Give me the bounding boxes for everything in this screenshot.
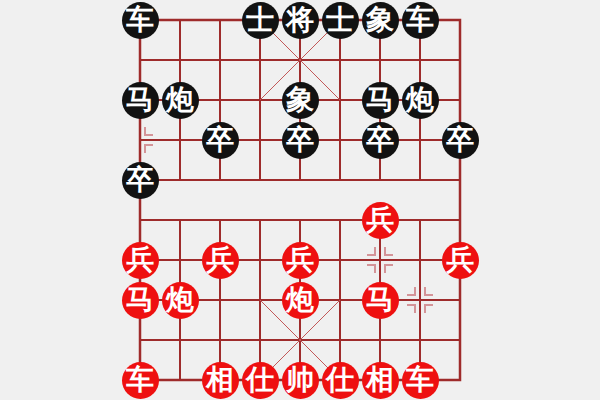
black-pawn-piece[interactable]: 卒: [282, 122, 319, 159]
black-rook-piece[interactable]: 车: [402, 2, 439, 39]
board-point-f4-r9[interactable]: 仕: [240, 360, 280, 400]
red-advisor-piece[interactable]: 仕: [242, 362, 279, 399]
board-point-f1-r9[interactable]: 车: [120, 360, 160, 400]
board-point-f5-r0[interactable]: 将: [280, 0, 320, 40]
red-pawn-piece[interactable]: 兵: [282, 242, 319, 279]
board-point-f8-r2[interactable]: 炮: [400, 80, 440, 120]
black-elephant-piece[interactable]: 象: [282, 82, 319, 119]
red-rook-piece[interactable]: 车: [402, 362, 439, 399]
board-point-f1-r6[interactable]: 兵: [120, 240, 160, 280]
board-point-f7-r7[interactable]: 马: [360, 280, 400, 320]
board-point-f7-r9[interactable]: 相: [360, 360, 400, 400]
red-elephant-piece[interactable]: 相: [202, 362, 239, 399]
black-pawn-piece[interactable]: 卒: [442, 122, 479, 159]
red-king-piece[interactable]: 帅: [282, 362, 319, 399]
red-pawn-piece[interactable]: 兵: [362, 202, 399, 239]
board-point-f4-r0[interactable]: 士: [240, 0, 280, 40]
board-point-f5-r6[interactable]: 兵: [280, 240, 320, 280]
board-point-f5-r2[interactable]: 象: [280, 80, 320, 120]
black-pawn-piece[interactable]: 卒: [202, 122, 239, 159]
board-point-f5-r7[interactable]: 炮: [280, 280, 320, 320]
red-elephant-piece[interactable]: 相: [362, 362, 399, 399]
black-king-piece[interactable]: 将: [282, 2, 319, 39]
board-point-f8-r9[interactable]: 车: [400, 360, 440, 400]
board-point-f1-r4[interactable]: 卒: [120, 160, 160, 200]
board-point-f7-r3[interactable]: 卒: [360, 120, 400, 160]
red-horse-piece[interactable]: 马: [122, 282, 159, 319]
board-point-f9-r6[interactable]: 兵: [440, 240, 480, 280]
black-cannon-piece[interactable]: 炮: [162, 82, 199, 119]
board-point-f3-r6[interactable]: 兵: [200, 240, 240, 280]
red-rook-piece[interactable]: 车: [122, 362, 159, 399]
black-elephant-piece[interactable]: 象: [362, 2, 399, 39]
xiangqi-app-window: 车士将士象车马炮象马炮卒卒卒卒卒兵兵兵兵兵马炮炮马车相仕帅仕相车: [0, 0, 600, 400]
black-horse-piece[interactable]: 马: [122, 82, 159, 119]
red-horse-piece[interactable]: 马: [362, 282, 399, 319]
black-advisor-piece[interactable]: 士: [242, 2, 279, 39]
board-point-f9-r3[interactable]: 卒: [440, 120, 480, 160]
board-point-f6-r9[interactable]: 仕: [320, 360, 360, 400]
black-rook-piece[interactable]: 车: [122, 2, 159, 39]
red-pawn-piece[interactable]: 兵: [122, 242, 159, 279]
black-advisor-piece[interactable]: 士: [322, 2, 359, 39]
red-advisor-piece[interactable]: 仕: [322, 362, 359, 399]
board-point-f5-r9[interactable]: 帅: [280, 360, 320, 400]
red-pawn-piece[interactable]: 兵: [442, 242, 479, 279]
board-point-f1-r0[interactable]: 车: [120, 0, 160, 40]
board-point-f7-r0[interactable]: 象: [360, 0, 400, 40]
xiangqi-board: 车士将士象车马炮象马炮卒卒卒卒卒兵兵兵兵兵马炮炮马车相仕帅仕相车: [120, 0, 480, 400]
black-pawn-piece[interactable]: 卒: [362, 122, 399, 159]
red-pawn-piece[interactable]: 兵: [202, 242, 239, 279]
board-point-f7-r2[interactable]: 马: [360, 80, 400, 120]
board-point-f2-r2[interactable]: 炮: [160, 80, 200, 120]
black-horse-piece[interactable]: 马: [362, 82, 399, 119]
red-cannon-piece[interactable]: 炮: [162, 282, 199, 319]
board-point-f3-r9[interactable]: 相: [200, 360, 240, 400]
board-point-f7-r5[interactable]: 兵: [360, 200, 400, 240]
board-point-f1-r7[interactable]: 马: [120, 280, 160, 320]
black-pawn-piece[interactable]: 卒: [122, 162, 159, 199]
board-point-f8-r0[interactable]: 车: [400, 0, 440, 40]
board-point-f1-r2[interactable]: 马: [120, 80, 160, 120]
board-point-f3-r3[interactable]: 卒: [200, 120, 240, 160]
board-point-f6-r0[interactable]: 士: [320, 0, 360, 40]
board-point-f5-r3[interactable]: 卒: [280, 120, 320, 160]
black-cannon-piece[interactable]: 炮: [402, 82, 439, 119]
red-cannon-piece[interactable]: 炮: [282, 282, 319, 319]
board-point-f2-r7[interactable]: 炮: [160, 280, 200, 320]
